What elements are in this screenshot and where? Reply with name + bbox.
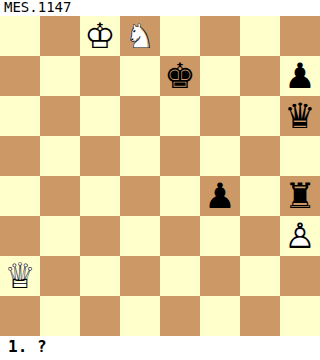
square-a7[interactable] [0, 56, 40, 96]
square-h2[interactable] [280, 256, 320, 296]
square-e6[interactable] [160, 96, 200, 136]
white-queen-glyph: ♕ [0, 256, 40, 296]
square-d7[interactable] [120, 56, 160, 96]
black-queen-glyph: ♛ [280, 96, 320, 136]
square-c8[interactable]: ♚♔ [80, 16, 120, 56]
square-h5[interactable] [280, 136, 320, 176]
square-f5[interactable] [200, 136, 240, 176]
square-e1[interactable] [160, 296, 200, 336]
square-f2[interactable] [200, 256, 240, 296]
square-b3[interactable] [40, 216, 80, 256]
square-f4[interactable]: ♟ [200, 176, 240, 216]
square-g1[interactable] [240, 296, 280, 336]
square-b7[interactable] [40, 56, 80, 96]
square-e4[interactable] [160, 176, 200, 216]
white-knight-glyph: ♘ [120, 16, 160, 56]
square-g8[interactable] [240, 16, 280, 56]
square-c4[interactable] [80, 176, 120, 216]
square-b1[interactable] [40, 296, 80, 336]
square-g2[interactable] [240, 256, 280, 296]
square-h3[interactable]: ♟♙ [280, 216, 320, 256]
black-rook-glyph: ♜ [280, 176, 320, 216]
square-a3[interactable] [0, 216, 40, 256]
square-c5[interactable] [80, 136, 120, 176]
square-e5[interactable] [160, 136, 200, 176]
square-a1[interactable] [0, 296, 40, 336]
square-h6[interactable]: ♛ [280, 96, 320, 136]
black-rook-piece: ♜ [280, 176, 320, 216]
square-h1[interactable] [280, 296, 320, 336]
square-f6[interactable] [200, 96, 240, 136]
square-d3[interactable] [120, 216, 160, 256]
square-b8[interactable] [40, 16, 80, 56]
white-knight-piece: ♞♘ [120, 16, 160, 56]
black-king-glyph: ♚ [160, 56, 200, 96]
square-d6[interactable] [120, 96, 160, 136]
square-f7[interactable] [200, 56, 240, 96]
square-g7[interactable] [240, 56, 280, 96]
square-g3[interactable] [240, 216, 280, 256]
black-queen-piece: ♛ [280, 96, 320, 136]
puzzle-id: MES.1147 [0, 0, 320, 16]
square-c6[interactable] [80, 96, 120, 136]
square-f3[interactable] [200, 216, 240, 256]
black-pawn-glyph: ♟ [200, 176, 240, 216]
white-pawn-glyph: ♙ [280, 216, 320, 256]
square-h8[interactable] [280, 16, 320, 56]
square-g5[interactable] [240, 136, 280, 176]
square-g4[interactable] [240, 176, 280, 216]
square-b5[interactable] [40, 136, 80, 176]
white-king-piece: ♚♔ [80, 16, 120, 56]
square-h4[interactable]: ♜ [280, 176, 320, 216]
square-d1[interactable] [120, 296, 160, 336]
square-a5[interactable] [0, 136, 40, 176]
square-e7[interactable]: ♚ [160, 56, 200, 96]
square-c1[interactable] [80, 296, 120, 336]
white-pawn-piece: ♟♙ [280, 216, 320, 256]
square-c7[interactable] [80, 56, 120, 96]
square-a8[interactable] [0, 16, 40, 56]
square-d5[interactable] [120, 136, 160, 176]
square-e8[interactable] [160, 16, 200, 56]
square-a4[interactable] [0, 176, 40, 216]
square-g6[interactable] [240, 96, 280, 136]
white-king-glyph: ♔ [80, 16, 120, 56]
square-h7[interactable]: ♟ [280, 56, 320, 96]
square-d2[interactable] [120, 256, 160, 296]
chess-board: ♚♔♞♘♚♟♛♟♜♟♙♛♕ [0, 16, 320, 336]
square-d4[interactable] [120, 176, 160, 216]
square-b4[interactable] [40, 176, 80, 216]
black-king-piece: ♚ [160, 56, 200, 96]
square-f1[interactable] [200, 296, 240, 336]
black-pawn-piece: ♟ [200, 176, 240, 216]
square-e2[interactable] [160, 256, 200, 296]
square-b2[interactable] [40, 256, 80, 296]
square-c3[interactable] [80, 216, 120, 256]
black-pawn-piece: ♟ [280, 56, 320, 96]
square-d8[interactable]: ♞♘ [120, 16, 160, 56]
square-f8[interactable] [200, 16, 240, 56]
move-prompt: 1. ? [0, 336, 320, 360]
square-a6[interactable] [0, 96, 40, 136]
square-e3[interactable] [160, 216, 200, 256]
square-c2[interactable] [80, 256, 120, 296]
white-queen-piece: ♛♕ [0, 256, 40, 296]
square-a2[interactable]: ♛♕ [0, 256, 40, 296]
black-pawn-glyph: ♟ [280, 56, 320, 96]
square-b6[interactable] [40, 96, 80, 136]
